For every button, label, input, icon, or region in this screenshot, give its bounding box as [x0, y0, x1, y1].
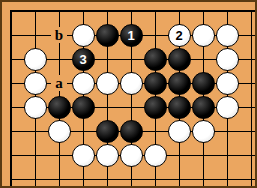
grid-line-vertical	[251, 10, 252, 186]
black-stone-move-1: 1	[120, 24, 143, 47]
white-stone	[48, 120, 71, 143]
white-stone	[24, 96, 47, 119]
black-stone	[48, 96, 71, 119]
white-stone	[216, 48, 239, 71]
point-label-a: a	[51, 75, 67, 91]
black-stone	[144, 72, 167, 95]
black-stone	[96, 24, 119, 47]
black-stone	[144, 48, 167, 71]
white-stone	[72, 72, 95, 95]
white-stone	[216, 24, 239, 47]
white-stone	[96, 144, 119, 167]
black-stone	[72, 96, 95, 119]
go-board: b123a	[0, 0, 257, 188]
black-stone	[144, 96, 167, 119]
white-stone	[192, 24, 215, 47]
white-stone	[168, 120, 191, 143]
white-stone	[96, 72, 119, 95]
black-stone	[96, 120, 119, 143]
white-stone	[24, 72, 47, 95]
white-stone	[120, 144, 143, 167]
white-stone	[192, 120, 215, 143]
grid-line-horizontal	[10, 179, 255, 180]
white-stone	[72, 144, 95, 167]
black-stone-move-3: 3	[72, 48, 95, 71]
black-stone	[192, 96, 215, 119]
white-stone-move-2: 2	[168, 24, 191, 47]
black-stone	[192, 72, 215, 95]
white-stone	[72, 24, 95, 47]
grid-line-horizontal	[10, 10, 255, 12]
black-stone	[168, 72, 191, 95]
white-stone	[120, 72, 143, 95]
black-stone	[120, 120, 143, 143]
white-stone	[24, 48, 47, 71]
black-stone	[168, 96, 191, 119]
grid-line-vertical	[10, 10, 12, 186]
black-stone	[168, 48, 191, 71]
white-stone	[216, 96, 239, 119]
white-stone	[216, 72, 239, 95]
point-label-b: b	[51, 27, 67, 43]
white-stone	[144, 144, 167, 167]
